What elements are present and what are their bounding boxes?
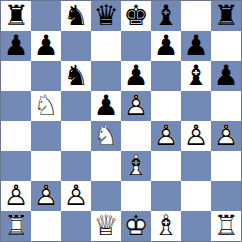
square-e1[interactable]: ♚♔ [121, 211, 151, 241]
square-h1[interactable]: ♜♖ [211, 211, 241, 241]
square-c3[interactable] [61, 151, 91, 181]
piece-white-queen[interactable]: ♛♕ [91, 211, 121, 241]
square-e8[interactable]: ♚ [121, 1, 151, 31]
square-a5[interactable] [1, 91, 31, 121]
square-d6[interactable] [91, 61, 121, 91]
square-a3[interactable] [1, 151, 31, 181]
piece-white-knight[interactable]: ♞♘ [31, 91, 61, 121]
piece-black-pawn[interactable]: ♟ [31, 31, 61, 61]
piece-black-queen[interactable]: ♛ [91, 1, 121, 31]
piece-white-rook[interactable]: ♜♖ [211, 211, 241, 241]
white-piece-outline: ♘ [31, 91, 61, 121]
white-piece-outline: ♙ [31, 181, 61, 211]
piece-white-pawn[interactable]: ♟♙ [31, 181, 61, 211]
white-piece-outline: ♗ [151, 211, 181, 241]
square-c2[interactable]: ♟♙ [61, 181, 91, 211]
white-piece-outline: ♙ [211, 121, 241, 151]
square-b8[interactable] [31, 1, 61, 31]
square-h8[interactable]: ♜ [211, 1, 241, 31]
square-b5[interactable]: ♞♘ [31, 91, 61, 121]
piece-white-bishop[interactable]: ♝♗ [151, 211, 181, 241]
square-d7[interactable] [91, 31, 121, 61]
piece-black-rook[interactable]: ♜ [211, 1, 241, 31]
square-b7[interactable]: ♟ [31, 31, 61, 61]
square-d8[interactable]: ♛ [91, 1, 121, 31]
square-g7[interactable]: ♟ [181, 31, 211, 61]
square-g6[interactable]: ♝ [181, 61, 211, 91]
square-c1[interactable] [61, 211, 91, 241]
square-f1[interactable]: ♝♗ [151, 211, 181, 241]
square-f5[interactable] [151, 91, 181, 121]
piece-white-knight[interactable]: ♞♘ [91, 121, 121, 151]
piece-black-pawn[interactable]: ♟ [1, 31, 31, 61]
square-h7[interactable] [211, 31, 241, 61]
square-f3[interactable] [151, 151, 181, 181]
square-h6[interactable]: ♟ [211, 61, 241, 91]
square-g8[interactable] [181, 1, 211, 31]
piece-black-bishop[interactable]: ♝ [181, 61, 211, 91]
square-b2[interactable]: ♟♙ [31, 181, 61, 211]
piece-white-pawn[interactable]: ♟♙ [211, 121, 241, 151]
piece-black-knight[interactable]: ♞ [61, 1, 91, 31]
piece-black-rook[interactable]: ♜ [1, 1, 31, 31]
piece-black-pawn[interactable]: ♟ [91, 91, 121, 121]
piece-black-pawn[interactable]: ♟ [121, 61, 151, 91]
square-e6[interactable]: ♟ [121, 61, 151, 91]
white-piece-outline: ♕ [91, 211, 121, 241]
square-f7[interactable]: ♟ [151, 31, 181, 61]
square-d2[interactable] [91, 181, 121, 211]
white-piece-outline: ♖ [1, 211, 31, 241]
white-piece-outline: ♙ [61, 181, 91, 211]
piece-white-bishop[interactable]: ♝♗ [121, 151, 151, 181]
square-a7[interactable]: ♟ [1, 31, 31, 61]
square-f6[interactable] [151, 61, 181, 91]
piece-white-pawn[interactable]: ♟♙ [151, 121, 181, 151]
square-d3[interactable] [91, 151, 121, 181]
square-c8[interactable]: ♞ [61, 1, 91, 31]
square-b1[interactable] [31, 211, 61, 241]
piece-black-pawn[interactable]: ♟ [211, 61, 241, 91]
square-d4[interactable]: ♞♘ [91, 121, 121, 151]
piece-white-rook[interactable]: ♜♖ [1, 211, 31, 241]
square-h3[interactable] [211, 151, 241, 181]
square-h4[interactable]: ♟♙ [211, 121, 241, 151]
white-piece-outline: ♙ [121, 91, 151, 121]
white-piece-outline: ♙ [1, 181, 31, 211]
square-f8[interactable]: ♝ [151, 1, 181, 31]
square-d5[interactable]: ♟ [91, 91, 121, 121]
square-e4[interactable] [121, 121, 151, 151]
square-f2[interactable] [151, 181, 181, 211]
square-g2[interactable] [181, 181, 211, 211]
square-e5[interactable]: ♟♙ [121, 91, 151, 121]
piece-white-king[interactable]: ♚♔ [121, 211, 151, 241]
square-b3[interactable] [31, 151, 61, 181]
square-e3[interactable]: ♝♗ [121, 151, 151, 181]
square-a2[interactable]: ♟♙ [1, 181, 31, 211]
square-g5[interactable] [181, 91, 211, 121]
square-e7[interactable] [121, 31, 151, 61]
piece-black-knight[interactable]: ♞ [61, 61, 91, 91]
piece-white-pawn[interactable]: ♟♙ [181, 121, 211, 151]
square-a8[interactable]: ♜ [1, 1, 31, 31]
white-piece-outline: ♖ [211, 211, 241, 241]
square-a1[interactable]: ♜♖ [1, 211, 31, 241]
piece-black-pawn[interactable]: ♟ [151, 31, 181, 61]
piece-white-pawn[interactable]: ♟♙ [61, 181, 91, 211]
square-g4[interactable]: ♟♙ [181, 121, 211, 151]
square-c4[interactable] [61, 121, 91, 151]
square-h5[interactable] [211, 91, 241, 121]
piece-black-king[interactable]: ♚ [121, 1, 151, 31]
white-piece-outline: ♙ [181, 121, 211, 151]
white-piece-outline: ♙ [151, 121, 181, 151]
square-a6[interactable] [1, 61, 31, 91]
piece-black-bishop[interactable]: ♝ [151, 1, 181, 31]
square-h2[interactable] [211, 181, 241, 211]
square-f4[interactable]: ♟♙ [151, 121, 181, 151]
chess-board: ♜♞♛♚♝♜♟♟♟♟♞♟♝♟♞♘♟♟♙♞♘♟♙♟♙♟♙♝♗♟♙♟♙♟♙♜♖♛♕♚… [0, 0, 242, 242]
square-c6[interactable]: ♞ [61, 61, 91, 91]
white-piece-outline: ♘ [91, 121, 121, 151]
square-b4[interactable] [31, 121, 61, 151]
square-e2[interactable] [121, 181, 151, 211]
square-g3[interactable] [181, 151, 211, 181]
square-g1[interactable] [181, 211, 211, 241]
piece-black-pawn[interactable]: ♟ [181, 31, 211, 61]
square-d1[interactable]: ♛♕ [91, 211, 121, 241]
piece-white-pawn[interactable]: ♟♙ [121, 91, 151, 121]
white-piece-outline: ♔ [121, 211, 151, 241]
piece-white-pawn[interactable]: ♟♙ [1, 181, 31, 211]
square-c5[interactable] [61, 91, 91, 121]
square-b6[interactable] [31, 61, 61, 91]
square-c7[interactable] [61, 31, 91, 61]
square-a4[interactable] [1, 121, 31, 151]
white-piece-outline: ♗ [121, 151, 151, 181]
